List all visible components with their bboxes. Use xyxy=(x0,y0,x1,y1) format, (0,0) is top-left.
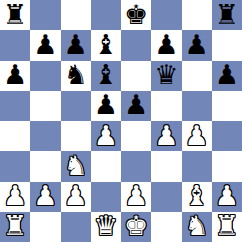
piece-black-rook[interactable]: ♜ xyxy=(215,1,239,28)
square-b2[interactable]: ♟ xyxy=(30,182,60,212)
piece-black-bishop[interactable]: ♝ xyxy=(94,31,118,58)
square-h3[interactable] xyxy=(212,151,242,181)
square-f7[interactable]: ♟ xyxy=(151,30,181,60)
piece-white-pawn[interactable]: ♟ xyxy=(185,122,209,149)
square-g3[interactable] xyxy=(182,151,212,181)
piece-black-pawn[interactable]: ♟ xyxy=(124,91,148,118)
square-b6[interactable] xyxy=(30,61,60,91)
square-a6[interactable]: ♟ xyxy=(0,61,30,91)
square-c4[interactable] xyxy=(61,121,91,151)
piece-white-pawn[interactable]: ♟ xyxy=(3,182,27,209)
piece-black-pawn[interactable]: ♟ xyxy=(94,91,118,118)
piece-black-king[interactable]: ♚ xyxy=(124,1,148,28)
square-e5[interactable]: ♟ xyxy=(121,91,151,121)
square-b1[interactable] xyxy=(30,212,60,242)
piece-white-pawn[interactable]: ♟ xyxy=(33,182,57,209)
square-e1[interactable]: ♚ xyxy=(121,212,151,242)
square-b8[interactable] xyxy=(30,0,60,30)
piece-white-knight[interactable]: ♞ xyxy=(64,152,88,179)
square-f1[interactable] xyxy=(151,212,181,242)
chess-board: ♜♚♜♟♟♝♟♟♟♞♝♛♟♟♟♟♟♟♞♟♟♟♟♝♟♜♛♚♞♜ xyxy=(0,0,242,242)
square-h6[interactable]: ♟ xyxy=(212,61,242,91)
piece-black-pawn[interactable]: ♟ xyxy=(3,61,27,88)
square-d7[interactable]: ♝ xyxy=(91,30,121,60)
square-d2[interactable] xyxy=(91,182,121,212)
square-b4[interactable] xyxy=(30,121,60,151)
piece-white-pawn[interactable]: ♟ xyxy=(215,182,239,209)
piece-white-rook[interactable]: ♜ xyxy=(3,212,27,239)
square-c8[interactable] xyxy=(61,0,91,30)
square-a4[interactable] xyxy=(0,121,30,151)
piece-white-pawn[interactable]: ♟ xyxy=(64,182,88,209)
piece-black-queen[interactable]: ♛ xyxy=(154,61,178,88)
square-e3[interactable] xyxy=(121,151,151,181)
square-h5[interactable] xyxy=(212,91,242,121)
square-g1[interactable]: ♞ xyxy=(182,212,212,242)
piece-white-bishop[interactable]: ♝ xyxy=(185,182,209,209)
piece-white-pawn[interactable]: ♟ xyxy=(124,182,148,209)
square-d4[interactable]: ♟ xyxy=(91,121,121,151)
piece-black-pawn[interactable]: ♟ xyxy=(154,31,178,58)
piece-white-knight[interactable]: ♞ xyxy=(185,212,209,239)
square-a3[interactable] xyxy=(0,151,30,181)
square-f6[interactable]: ♛ xyxy=(151,61,181,91)
square-e2[interactable]: ♟ xyxy=(121,182,151,212)
piece-black-pawn[interactable]: ♟ xyxy=(185,31,209,58)
square-h2[interactable]: ♟ xyxy=(212,182,242,212)
square-e8[interactable]: ♚ xyxy=(121,0,151,30)
square-b3[interactable] xyxy=(30,151,60,181)
square-d3[interactable] xyxy=(91,151,121,181)
piece-black-rook[interactable]: ♜ xyxy=(3,1,27,28)
square-g6[interactable] xyxy=(182,61,212,91)
piece-white-queen[interactable]: ♛ xyxy=(94,212,118,239)
square-h1[interactable]: ♜ xyxy=(212,212,242,242)
square-f4[interactable]: ♟ xyxy=(151,121,181,151)
square-a2[interactable]: ♟ xyxy=(0,182,30,212)
square-e7[interactable] xyxy=(121,30,151,60)
square-d5[interactable]: ♟ xyxy=(91,91,121,121)
piece-black-pawn[interactable]: ♟ xyxy=(215,61,239,88)
square-c5[interactable] xyxy=(61,91,91,121)
square-g7[interactable]: ♟ xyxy=(182,30,212,60)
square-h8[interactable]: ♜ xyxy=(212,0,242,30)
piece-black-pawn[interactable]: ♟ xyxy=(64,31,88,58)
square-a7[interactable] xyxy=(0,30,30,60)
square-e4[interactable] xyxy=(121,121,151,151)
piece-black-bishop[interactable]: ♝ xyxy=(94,61,118,88)
piece-white-rook[interactable]: ♜ xyxy=(215,212,239,239)
square-c7[interactable]: ♟ xyxy=(61,30,91,60)
square-c1[interactable] xyxy=(61,212,91,242)
square-g8[interactable] xyxy=(182,0,212,30)
square-f2[interactable] xyxy=(151,182,181,212)
square-d1[interactable]: ♛ xyxy=(91,212,121,242)
square-d8[interactable] xyxy=(91,0,121,30)
square-b5[interactable] xyxy=(30,91,60,121)
piece-white-pawn[interactable]: ♟ xyxy=(94,122,118,149)
square-c3[interactable]: ♞ xyxy=(61,151,91,181)
square-h7[interactable] xyxy=(212,30,242,60)
square-b7[interactable]: ♟ xyxy=(30,30,60,60)
square-a5[interactable] xyxy=(0,91,30,121)
square-f5[interactable] xyxy=(151,91,181,121)
square-c2[interactable]: ♟ xyxy=(61,182,91,212)
square-a8[interactable]: ♜ xyxy=(0,0,30,30)
piece-white-king[interactable]: ♚ xyxy=(124,212,148,239)
square-a1[interactable]: ♜ xyxy=(0,212,30,242)
square-g4[interactable]: ♟ xyxy=(182,121,212,151)
square-g5[interactable] xyxy=(182,91,212,121)
square-f3[interactable] xyxy=(151,151,181,181)
square-d6[interactable]: ♝ xyxy=(91,61,121,91)
square-g2[interactable]: ♝ xyxy=(182,182,212,212)
piece-white-pawn[interactable]: ♟ xyxy=(154,122,178,149)
square-f8[interactable] xyxy=(151,0,181,30)
piece-black-knight[interactable]: ♞ xyxy=(64,61,88,88)
square-h4[interactable] xyxy=(212,121,242,151)
square-e6[interactable] xyxy=(121,61,151,91)
piece-black-pawn[interactable]: ♟ xyxy=(33,31,57,58)
square-c6[interactable]: ♞ xyxy=(61,61,91,91)
